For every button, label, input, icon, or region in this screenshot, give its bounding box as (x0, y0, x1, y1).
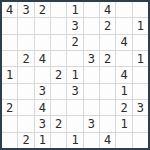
cell-r3c3[interactable] (35, 35, 50, 50)
cell-r6c4[interactable] (51, 84, 66, 99)
puzzle-board: 4321432124243211214331242332312114 (0, 0, 150, 150)
cell-r7c9-clue: 3 (133, 100, 148, 115)
cell-r9c1[interactable] (2, 133, 17, 148)
cell-r7c6[interactable] (84, 100, 99, 115)
cell-r8c3-clue: 3 (35, 116, 50, 131)
cell-r5c4-clue: 2 (51, 67, 66, 82)
cell-r1c4[interactable] (51, 2, 66, 17)
cell-r9c9[interactable] (133, 133, 148, 148)
cell-r3c7[interactable] (100, 35, 115, 50)
cell-r4c5[interactable] (67, 51, 82, 66)
cell-r4c9-clue: 1 (133, 51, 148, 66)
cell-r6c3-clue: 3 (35, 84, 50, 99)
cell-r1c1-clue: 4 (2, 2, 17, 17)
cell-r8c5[interactable] (67, 116, 82, 131)
cell-r2c3[interactable] (35, 18, 50, 33)
cell-r2c5-clue: 3 (67, 18, 82, 33)
cell-r6c5-clue: 3 (67, 84, 82, 99)
cell-r8c2[interactable] (18, 116, 33, 131)
cell-r3c9[interactable] (133, 35, 148, 50)
cell-r2c6[interactable] (84, 18, 99, 33)
cell-r9c7-clue: 4 (100, 133, 115, 148)
cell-r5c9[interactable] (133, 67, 148, 82)
cell-r1c9[interactable] (133, 2, 148, 17)
cell-r7c7[interactable] (100, 100, 115, 115)
cell-r3c6[interactable] (84, 35, 99, 50)
cell-r7c8-clue: 2 (116, 100, 131, 115)
cell-r6c1[interactable] (2, 84, 17, 99)
cell-r2c8[interactable] (116, 18, 131, 33)
cell-r7c3-clue: 4 (35, 100, 50, 115)
cell-r6c9[interactable] (133, 84, 148, 99)
cell-r5c6[interactable] (84, 67, 99, 82)
cell-r2c7-clue: 2 (100, 18, 115, 33)
cell-r2c1[interactable] (2, 18, 17, 33)
cell-r7c4[interactable] (51, 100, 66, 115)
cell-r9c4[interactable] (51, 133, 66, 148)
cell-r5c2[interactable] (18, 67, 33, 82)
cell-r6c7[interactable] (100, 84, 115, 99)
cell-r8c4-clue: 2 (51, 116, 66, 131)
cell-r7c1-clue: 2 (2, 100, 17, 115)
cell-r8c6-clue: 3 (84, 116, 99, 131)
cell-r9c6[interactable] (84, 133, 99, 148)
cell-r6c6[interactable] (84, 84, 99, 99)
cell-r7c2[interactable] (18, 100, 33, 115)
cell-r1c2-clue: 3 (18, 2, 33, 17)
cell-r4c6-clue: 3 (84, 51, 99, 66)
cell-r3c1[interactable] (2, 35, 17, 50)
cell-r4c3-clue: 4 (35, 51, 50, 66)
cell-r1c6[interactable] (84, 2, 99, 17)
cell-r7c5[interactable] (67, 100, 82, 115)
cell-r1c5-clue: 1 (67, 2, 82, 17)
cell-r8c7[interactable] (100, 116, 115, 131)
cell-r4c4[interactable] (51, 51, 66, 66)
cell-r2c4[interactable] (51, 18, 66, 33)
cell-r8c1[interactable] (2, 116, 17, 131)
cell-r5c1-clue: 1 (2, 67, 17, 82)
cell-r9c5-clue: 1 (67, 133, 82, 148)
cell-r2c9-clue: 1 (133, 18, 148, 33)
cell-r3c5-clue: 2 (67, 35, 82, 50)
cell-r6c8-clue: 1 (116, 84, 131, 99)
cell-r1c7-clue: 4 (100, 2, 115, 17)
cell-r9c8[interactable] (116, 133, 131, 148)
cell-r1c8[interactable] (116, 2, 131, 17)
cell-r5c7[interactable] (100, 67, 115, 82)
cell-r5c5-clue: 1 (67, 67, 82, 82)
cell-r3c4[interactable] (51, 35, 66, 50)
cell-r6c2[interactable] (18, 84, 33, 99)
cell-r4c8[interactable] (116, 51, 131, 66)
cell-r3c8-clue: 4 (116, 35, 131, 50)
cell-r9c3-clue: 1 (35, 133, 50, 148)
cell-r5c8-clue: 4 (116, 67, 131, 82)
cell-r8c8-clue: 1 (116, 116, 131, 131)
cell-r4c2-clue: 2 (18, 51, 33, 66)
cell-r1c3-clue: 2 (35, 2, 50, 17)
cell-r4c1[interactable] (2, 51, 17, 66)
cell-r9c2-clue: 2 (18, 133, 33, 148)
cell-r5c3[interactable] (35, 67, 50, 82)
cell-r4c7-clue: 2 (100, 51, 115, 66)
cell-r3c2[interactable] (18, 35, 33, 50)
cell-r2c2[interactable] (18, 18, 33, 33)
cell-r8c9[interactable] (133, 116, 148, 131)
